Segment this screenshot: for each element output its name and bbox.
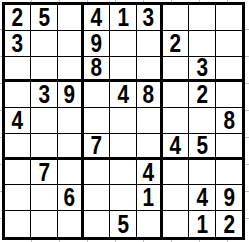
cell-r4c7[interactable]: [163, 82, 189, 108]
cell-r1c4: 4: [84, 5, 110, 31]
cell-r6c8: 5: [189, 134, 215, 160]
cell-r3c7[interactable]: [163, 57, 189, 83]
given-digit: 9: [223, 185, 235, 211]
cell-r2c2[interactable]: [31, 31, 57, 57]
cell-r9c9: 2: [216, 211, 242, 237]
cell-r5c3[interactable]: [58, 108, 84, 134]
cell-r5c8[interactable]: [189, 108, 215, 134]
cell-r7c1[interactable]: [5, 160, 31, 186]
given-digit: 8: [223, 108, 235, 134]
cell-r5c4[interactable]: [84, 108, 110, 134]
cell-r5c9: 8: [216, 108, 242, 134]
cell-r1c3[interactable]: [58, 5, 84, 31]
cell-r8c6: 1: [137, 185, 163, 211]
cell-r5c1: 4: [5, 108, 31, 134]
cell-r1c7[interactable]: [163, 5, 189, 31]
cell-r4c9[interactable]: [216, 82, 242, 108]
given-digit: 9: [91, 31, 103, 57]
given-digit: 4: [117, 82, 129, 108]
cell-r6c4: 7: [84, 134, 110, 160]
cell-r1c1: 2: [5, 5, 31, 31]
cell-r8c1[interactable]: [5, 185, 31, 211]
cell-r7c3[interactable]: [58, 160, 84, 186]
cell-r7c6: 4: [137, 160, 163, 186]
given-digit: 2: [223, 211, 235, 237]
cell-r5c5[interactable]: [110, 108, 136, 134]
cell-r4c4[interactable]: [84, 82, 110, 108]
given-digit: 3: [12, 31, 24, 57]
cell-r5c2[interactable]: [31, 108, 57, 134]
cell-r7c9[interactable]: [216, 160, 242, 186]
cell-r6c9[interactable]: [216, 134, 242, 160]
cell-r6c6[interactable]: [137, 134, 163, 160]
cell-r3c3[interactable]: [58, 57, 84, 83]
cell-r3c8: 3: [189, 57, 215, 83]
cell-r2c1: 3: [5, 31, 31, 57]
given-digit: 3: [143, 5, 155, 31]
cell-r3c9[interactable]: [216, 57, 242, 83]
cell-r4c2: 3: [31, 82, 57, 108]
cell-r6c3[interactable]: [58, 134, 84, 160]
cell-r8c8: 4: [189, 185, 215, 211]
cell-r7c8[interactable]: [189, 160, 215, 186]
cell-r2c7: 2: [163, 31, 189, 57]
cell-r1c5: 1: [110, 5, 136, 31]
cell-r1c8[interactable]: [189, 5, 215, 31]
cell-r2c9[interactable]: [216, 31, 242, 57]
cell-r8c4[interactable]: [84, 185, 110, 211]
given-digit: 8: [143, 82, 155, 108]
given-digit: 2: [196, 82, 208, 108]
cell-r7c2: 7: [31, 160, 57, 186]
cell-r1c6: 3: [137, 5, 163, 31]
cell-r9c8: 1: [189, 211, 215, 237]
given-digit: 4: [143, 160, 155, 186]
cell-r8c3: 6: [58, 185, 84, 211]
cell-r3c4: 8: [84, 57, 110, 83]
cell-r8c5[interactable]: [110, 185, 136, 211]
cell-r3c2[interactable]: [31, 57, 57, 83]
cell-r2c8[interactable]: [189, 31, 215, 57]
given-digit: 4: [196, 185, 208, 211]
cell-r9c3[interactable]: [58, 211, 84, 237]
cell-r6c1[interactable]: [5, 134, 31, 160]
given-digit: 6: [64, 185, 76, 211]
given-digit: 5: [196, 134, 208, 159]
given-digit: 7: [91, 134, 103, 159]
given-digit: 5: [38, 5, 50, 31]
cell-r1c9[interactable]: [216, 5, 242, 31]
cell-r8c7[interactable]: [163, 185, 189, 211]
cell-r6c7: 4: [163, 134, 189, 160]
given-digit: 7: [38, 160, 50, 186]
given-digit: 8: [91, 57, 103, 82]
cell-r2c6[interactable]: [137, 31, 163, 57]
cell-r7c4[interactable]: [84, 160, 110, 186]
cell-r9c5: 5: [110, 211, 136, 237]
cell-r9c1[interactable]: [5, 211, 31, 237]
cell-r3c6[interactable]: [137, 57, 163, 83]
cell-r7c5[interactable]: [110, 160, 136, 186]
cell-r9c4[interactable]: [84, 211, 110, 237]
cell-r1c2: 5: [31, 5, 57, 31]
cell-r4c3: 9: [58, 82, 84, 108]
cell-r2c3[interactable]: [58, 31, 84, 57]
cell-r9c6[interactable]: [137, 211, 163, 237]
given-digit: 9: [64, 82, 76, 108]
given-digit: 4: [12, 108, 24, 134]
cell-r7c7[interactable]: [163, 160, 189, 186]
cell-r4c6: 8: [137, 82, 163, 108]
cell-r5c6[interactable]: [137, 108, 163, 134]
given-digit: 2: [170, 31, 182, 57]
cell-r3c5[interactable]: [110, 57, 136, 83]
given-digit: 4: [170, 134, 182, 159]
sudoku-board: 25413392833948248745746149512: [2, 2, 245, 240]
given-digit: 1: [196, 211, 208, 237]
cell-r6c2[interactable]: [31, 134, 57, 160]
cell-r6c5[interactable]: [110, 134, 136, 160]
given-digit: 2: [12, 5, 24, 31]
given-digit: 3: [196, 57, 208, 82]
cell-r4c1[interactable]: [5, 82, 31, 108]
given-digit: 1: [143, 185, 155, 211]
cell-r9c7[interactable]: [163, 211, 189, 237]
cell-r9c2[interactable]: [31, 211, 57, 237]
given-digit: 1: [117, 5, 129, 31]
cell-r2c4: 9: [84, 31, 110, 57]
cell-r4c8: 2: [189, 82, 215, 108]
cell-r8c9: 9: [216, 185, 242, 211]
cell-r2c5[interactable]: [110, 31, 136, 57]
cell-r3c1[interactable]: [5, 57, 31, 83]
cell-r5c7[interactable]: [163, 108, 189, 134]
given-digit: 5: [117, 211, 129, 237]
given-digit: 4: [91, 5, 103, 31]
sudoku-puzzle-image: 25413392833948248745746149512: [0, 0, 249, 242]
cell-r4c5: 4: [110, 82, 136, 108]
given-digit: 3: [38, 82, 50, 108]
cell-r8c2[interactable]: [31, 185, 57, 211]
